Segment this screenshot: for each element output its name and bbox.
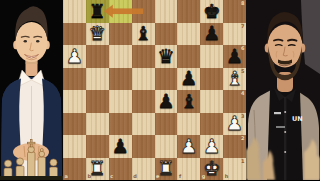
square-b5[interactable] bbox=[86, 68, 109, 91]
white-rook-e1[interactable]: ♜ bbox=[155, 158, 178, 181]
square-b6[interactable] bbox=[86, 45, 109, 68]
black-pawn-f5[interactable]: ♟ bbox=[177, 68, 200, 91]
square-f7[interactable] bbox=[177, 23, 200, 46]
white-king-g1[interactable]: ♚ bbox=[200, 158, 223, 181]
square-g1[interactable]: g♚ bbox=[200, 158, 223, 181]
square-d1[interactable]: d bbox=[132, 158, 155, 181]
square-a7[interactable] bbox=[63, 23, 86, 46]
chess-board: ♜♚8♛♝♟7♟♛6♟♟5♝♟♝43♟♟♟♟2ab♜cde♜fg♚1h bbox=[63, 0, 246, 180]
square-e1[interactable]: e♜ bbox=[155, 158, 178, 181]
white-bishop-h5[interactable]: ♝ bbox=[223, 68, 246, 91]
video-thumbnail: ♜♚8♛♝♟7♟♛6♟♟5♝♟♝43♟♟♟♟2ab♜cde♜fg♚1h UN bbox=[0, 0, 320, 180]
square-c1[interactable]: c bbox=[109, 158, 132, 181]
file-label-f: f bbox=[179, 174, 181, 179]
black-pawn-g7[interactable]: ♟ bbox=[200, 23, 223, 46]
square-c6[interactable] bbox=[109, 45, 132, 68]
square-a4[interactable] bbox=[63, 90, 86, 113]
square-f8[interactable] bbox=[177, 0, 200, 23]
shirt-sponsor-text: UN bbox=[292, 115, 303, 123]
square-h7[interactable]: 7 bbox=[223, 23, 246, 46]
square-d3[interactable] bbox=[132, 113, 155, 136]
square-g4[interactable] bbox=[200, 90, 223, 113]
white-pawn-f2[interactable]: ♟ bbox=[177, 135, 200, 158]
square-b1[interactable]: b♜ bbox=[86, 158, 109, 181]
square-b4[interactable] bbox=[86, 90, 109, 113]
left-player-photo bbox=[0, 0, 63, 180]
rank-label-1: 1 bbox=[241, 159, 244, 164]
square-b8[interactable]: ♜ bbox=[86, 0, 109, 23]
black-rook-b8[interactable]: ♜ bbox=[86, 0, 109, 23]
square-h1[interactable]: 1h bbox=[223, 158, 246, 181]
rank-label-7: 7 bbox=[241, 24, 244, 29]
white-queen-b7[interactable]: ♛ bbox=[86, 23, 109, 46]
square-d6[interactable] bbox=[132, 45, 155, 68]
white-pawn-g2[interactable]: ♟ bbox=[200, 135, 223, 158]
rank-label-2: 2 bbox=[241, 136, 244, 141]
white-pawn-a6[interactable]: ♟ bbox=[63, 45, 86, 68]
sponsor-patch bbox=[274, 112, 281, 114]
file-label-h: h bbox=[225, 174, 229, 179]
square-g5[interactable] bbox=[200, 68, 223, 91]
square-h3[interactable]: 3♟ bbox=[223, 113, 246, 136]
square-e7[interactable] bbox=[155, 23, 178, 46]
square-h2[interactable]: 2 bbox=[223, 135, 246, 158]
square-a8[interactable] bbox=[63, 0, 86, 23]
square-e3[interactable] bbox=[155, 113, 178, 136]
square-a1[interactable]: a bbox=[63, 158, 86, 181]
square-d8[interactable] bbox=[132, 0, 155, 23]
right-player-photo: UN bbox=[246, 0, 320, 180]
square-b3[interactable] bbox=[86, 113, 109, 136]
square-a3[interactable] bbox=[63, 113, 86, 136]
square-c7[interactable] bbox=[109, 23, 132, 46]
black-pawn-h6[interactable]: ♟ bbox=[223, 45, 246, 68]
square-a6[interactable]: ♟ bbox=[63, 45, 86, 68]
square-e2[interactable] bbox=[155, 135, 178, 158]
square-f3[interactable] bbox=[177, 113, 200, 136]
square-a2[interactable] bbox=[63, 135, 86, 158]
square-f2[interactable]: ♟ bbox=[177, 135, 200, 158]
square-g7[interactable]: ♟ bbox=[200, 23, 223, 46]
square-a5[interactable] bbox=[63, 68, 86, 91]
square-c5[interactable] bbox=[109, 68, 132, 91]
square-e8[interactable] bbox=[155, 0, 178, 23]
white-pawn-h3[interactable]: ♟ bbox=[223, 113, 246, 136]
white-rook-b1[interactable]: ♜ bbox=[86, 158, 109, 181]
black-pawn-c2[interactable]: ♟ bbox=[109, 135, 132, 158]
square-c2[interactable]: ♟ bbox=[109, 135, 132, 158]
table-edge bbox=[0, 176, 63, 180]
square-c8[interactable] bbox=[109, 0, 132, 23]
square-e6[interactable]: ♛ bbox=[155, 45, 178, 68]
black-bishop-d7[interactable]: ♝ bbox=[132, 23, 155, 46]
square-g6[interactable] bbox=[200, 45, 223, 68]
square-f6[interactable] bbox=[177, 45, 200, 68]
square-b7[interactable]: ♛ bbox=[86, 23, 109, 46]
square-d2[interactable] bbox=[132, 135, 155, 158]
file-label-a: a bbox=[65, 174, 68, 179]
square-e4[interactable]: ♟ bbox=[155, 90, 178, 113]
rank-label-4: 4 bbox=[241, 91, 244, 96]
black-king-g8[interactable]: ♚ bbox=[200, 0, 223, 23]
square-h6[interactable]: 6♟ bbox=[223, 45, 246, 68]
square-d5[interactable] bbox=[132, 68, 155, 91]
square-b2[interactable] bbox=[86, 135, 109, 158]
square-f5[interactable]: ♟ bbox=[177, 68, 200, 91]
square-h8[interactable]: 8 bbox=[223, 0, 246, 23]
file-label-c: c bbox=[110, 174, 113, 179]
square-f1[interactable]: f bbox=[177, 158, 200, 181]
square-e5[interactable] bbox=[155, 68, 178, 91]
square-g3[interactable] bbox=[200, 113, 223, 136]
file-label-d: d bbox=[133, 174, 137, 179]
square-c3[interactable] bbox=[109, 113, 132, 136]
square-h5[interactable]: 5♝ bbox=[223, 68, 246, 91]
rank-label-8: 8 bbox=[241, 1, 244, 6]
black-queen-e6[interactable]: ♛ bbox=[155, 45, 178, 68]
square-g2[interactable]: ♟ bbox=[200, 135, 223, 158]
square-f4[interactable]: ♝ bbox=[177, 90, 200, 113]
square-h4[interactable]: 4 bbox=[223, 90, 246, 113]
black-pawn-e4[interactable]: ♟ bbox=[155, 90, 178, 113]
black-bishop-f4[interactable]: ♝ bbox=[177, 90, 200, 113]
square-c4[interactable] bbox=[109, 90, 132, 113]
square-d4[interactable] bbox=[132, 90, 155, 113]
square-d7[interactable]: ♝ bbox=[132, 23, 155, 46]
square-g8[interactable]: ♚ bbox=[200, 0, 223, 23]
